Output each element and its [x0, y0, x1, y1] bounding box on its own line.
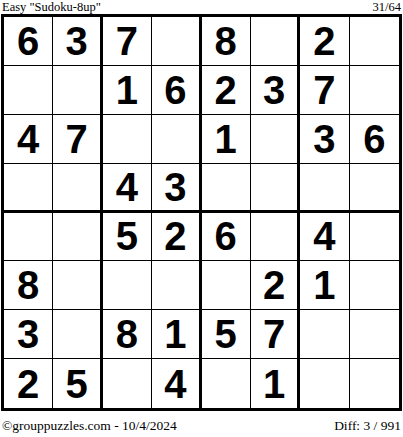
cell-r3c7[interactable]: 3	[300, 115, 349, 164]
cell-r2c1[interactable]	[4, 66, 53, 115]
cell-r5c2[interactable]	[53, 213, 102, 262]
puzzle-footer: ©grouppuzzles.com - 10/4/2024 Diff: 3 / …	[0, 418, 403, 433]
cell-r1c8[interactable]	[350, 17, 399, 66]
cell-r1c3[interactable]: 7	[103, 17, 152, 66]
cell-r4c4[interactable]: 3	[152, 164, 201, 213]
cell-r5c4[interactable]: 2	[152, 213, 201, 262]
cell-r4c2[interactable]	[53, 164, 102, 213]
cell-r2c4[interactable]: 6	[152, 66, 201, 115]
cell-r6c3[interactable]	[103, 261, 152, 310]
cell-r8c8[interactable]	[350, 359, 399, 408]
puzzle-page: Easy "Sudoku-8up" 31/64 6378216237471364…	[0, 0, 403, 437]
cell-r2c7[interactable]: 7	[300, 66, 349, 115]
cell-r7c3[interactable]: 8	[103, 310, 152, 359]
cell-r2c3[interactable]: 1	[103, 66, 152, 115]
cell-r6c2[interactable]	[53, 261, 102, 310]
cell-r6c1[interactable]: 8	[4, 261, 53, 310]
cell-r6c4[interactable]	[152, 261, 201, 310]
cell-r7c2[interactable]	[53, 310, 102, 359]
puzzle-header: Easy "Sudoku-8up" 31/64	[0, 0, 403, 14]
cell-r5c7[interactable]: 4	[300, 213, 349, 262]
cell-r5c1[interactable]	[4, 213, 53, 262]
cell-r4c6[interactable]	[251, 164, 300, 213]
cell-r4c3[interactable]: 4	[103, 164, 152, 213]
cell-r8c3[interactable]	[103, 359, 152, 408]
cell-r1c7[interactable]: 2	[300, 17, 349, 66]
cell-r2c2[interactable]	[53, 66, 102, 115]
puzzle-title: Easy "Sudoku-8up"	[2, 1, 101, 14]
cell-r8c4[interactable]: 4	[152, 359, 201, 408]
cell-r8c5[interactable]	[202, 359, 251, 408]
cell-r2c5[interactable]: 2	[202, 66, 251, 115]
cell-r3c8[interactable]: 6	[350, 115, 399, 164]
cell-r3c3[interactable]	[103, 115, 152, 164]
cell-r7c6[interactable]: 7	[251, 310, 300, 359]
cell-r8c7[interactable]	[300, 359, 349, 408]
cell-r8c2[interactable]: 5	[53, 359, 102, 408]
cell-r3c5[interactable]: 1	[202, 115, 251, 164]
cell-r5c5[interactable]: 6	[202, 213, 251, 262]
cell-r5c3[interactable]: 5	[103, 213, 152, 262]
cell-r3c6[interactable]	[251, 115, 300, 164]
cell-r6c7[interactable]: 1	[300, 261, 349, 310]
cell-r5c6[interactable]	[251, 213, 300, 262]
cell-r7c1[interactable]: 3	[4, 310, 53, 359]
cell-r7c4[interactable]: 1	[152, 310, 201, 359]
cell-r6c5[interactable]	[202, 261, 251, 310]
cell-r1c4[interactable]	[152, 17, 201, 66]
cell-r7c8[interactable]	[350, 310, 399, 359]
cell-r3c1[interactable]: 4	[4, 115, 53, 164]
cell-r7c7[interactable]	[300, 310, 349, 359]
cell-r1c1[interactable]: 6	[4, 17, 53, 66]
sudoku-board: 637821623747136435264821381572541	[1, 14, 402, 411]
cell-r3c4[interactable]	[152, 115, 201, 164]
copyright-date: ©grouppuzzles.com - 10/4/2024	[2, 418, 177, 433]
cell-r2c6[interactable]: 3	[251, 66, 300, 115]
cell-r4c5[interactable]	[202, 164, 251, 213]
difficulty: Diff: 3 / 991	[334, 418, 401, 433]
cell-r1c6[interactable]	[251, 17, 300, 66]
cell-r4c8[interactable]	[350, 164, 399, 213]
cell-r6c8[interactable]	[350, 261, 399, 310]
cell-r7c5[interactable]: 5	[202, 310, 251, 359]
cell-r6c6[interactable]: 2	[251, 261, 300, 310]
cell-r1c5[interactable]: 8	[202, 17, 251, 66]
puzzle-counter: 31/64	[373, 1, 401, 14]
cell-r8c6[interactable]: 1	[251, 359, 300, 408]
cell-r8c1[interactable]: 2	[4, 359, 53, 408]
cell-r3c2[interactable]: 7	[53, 115, 102, 164]
cell-r5c8[interactable]	[350, 213, 399, 262]
cell-r4c7[interactable]	[300, 164, 349, 213]
cell-r2c8[interactable]	[350, 66, 399, 115]
cell-r1c2[interactable]: 3	[53, 17, 102, 66]
cell-r4c1[interactable]	[4, 164, 53, 213]
